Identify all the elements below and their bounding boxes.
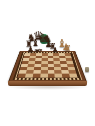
chessboard-perspective bbox=[8, 48, 87, 82]
piled-piece-dark-bishop: ♝ bbox=[31, 38, 40, 48]
product-photo: ♞♛♚♜♝♟♞♟♜♟♝♝♟♜ bbox=[0, 0, 95, 126]
chessboard bbox=[16, 53, 79, 78]
chessboard-frame bbox=[8, 51, 87, 82]
brass-clasp-icon bbox=[85, 67, 89, 72]
green-pouch-fold bbox=[46, 39, 50, 44]
square-d1 bbox=[40, 74, 48, 78]
square-h1 bbox=[69, 74, 77, 78]
board-front-edge bbox=[8, 81, 87, 86]
mosaic-border bbox=[13, 52, 82, 80]
piled-piece-dark-knight: ♞ bbox=[27, 33, 36, 43]
